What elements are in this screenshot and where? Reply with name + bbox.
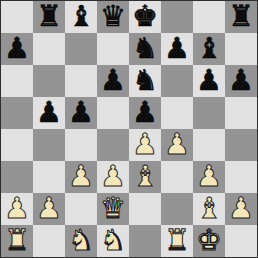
square-h7[interactable] xyxy=(225,33,257,65)
piece-white-bishop[interactable]: ♝ xyxy=(132,162,158,191)
piece-white-knight[interactable]: ♞ xyxy=(68,226,94,255)
square-c1[interactable]: ♞ xyxy=(65,225,97,257)
piece-black-queen[interactable]: ♛ xyxy=(100,2,126,31)
square-a4[interactable] xyxy=(1,129,33,161)
square-c4[interactable] xyxy=(65,129,97,161)
square-b6[interactable] xyxy=(33,65,65,97)
square-c2[interactable] xyxy=(65,193,97,225)
piece-black-pawn[interactable]: ♟ xyxy=(100,66,126,95)
square-b4[interactable] xyxy=(33,129,65,161)
square-c3[interactable]: ♟ xyxy=(65,161,97,193)
piece-black-pawn[interactable]: ♟ xyxy=(228,66,254,95)
square-e1[interactable] xyxy=(129,225,161,257)
square-e2[interactable] xyxy=(129,193,161,225)
piece-white-pawn[interactable]: ♟ xyxy=(4,194,30,223)
square-h6[interactable]: ♟ xyxy=(225,65,257,97)
square-d4[interactable] xyxy=(97,129,129,161)
square-f6[interactable] xyxy=(161,65,193,97)
square-e8[interactable]: ♚ xyxy=(129,1,161,33)
piece-white-pawn[interactable]: ♟ xyxy=(68,162,94,191)
square-e3[interactable]: ♝ xyxy=(129,161,161,193)
square-g1[interactable]: ♚ xyxy=(193,225,225,257)
piece-black-bishop[interactable]: ♝ xyxy=(196,34,222,63)
square-g3[interactable]: ♟ xyxy=(193,161,225,193)
square-d2[interactable]: ♛ xyxy=(97,193,129,225)
piece-black-pawn[interactable]: ♟ xyxy=(4,34,30,63)
square-b7[interactable] xyxy=(33,33,65,65)
square-e6[interactable]: ♞ xyxy=(129,65,161,97)
square-d6[interactable]: ♟ xyxy=(97,65,129,97)
piece-black-pawn[interactable]: ♟ xyxy=(68,98,94,127)
piece-white-pawn[interactable]: ♟ xyxy=(132,130,158,159)
piece-white-bishop[interactable]: ♝ xyxy=(196,194,222,223)
square-b3[interactable] xyxy=(33,161,65,193)
square-f8[interactable] xyxy=(161,1,193,33)
square-g2[interactable]: ♝ xyxy=(193,193,225,225)
piece-white-pawn[interactable]: ♟ xyxy=(196,162,222,191)
piece-black-knight[interactable]: ♞ xyxy=(132,66,158,95)
square-h5[interactable] xyxy=(225,97,257,129)
square-b2[interactable]: ♟ xyxy=(33,193,65,225)
square-c6[interactable] xyxy=(65,65,97,97)
piece-black-rook[interactable]: ♜ xyxy=(36,2,62,31)
square-d1[interactable]: ♞ xyxy=(97,225,129,257)
square-h4[interactable] xyxy=(225,129,257,161)
square-g6[interactable]: ♟ xyxy=(193,65,225,97)
piece-black-king[interactable]: ♚ xyxy=(132,2,158,31)
square-a2[interactable]: ♟ xyxy=(1,193,33,225)
piece-white-knight[interactable]: ♞ xyxy=(100,226,126,255)
piece-white-pawn[interactable]: ♟ xyxy=(164,130,190,159)
square-d3[interactable]: ♟ xyxy=(97,161,129,193)
square-a6[interactable] xyxy=(1,65,33,97)
square-g8[interactable] xyxy=(193,1,225,33)
square-e4[interactable]: ♟ xyxy=(129,129,161,161)
square-f2[interactable] xyxy=(161,193,193,225)
square-f4[interactable]: ♟ xyxy=(161,129,193,161)
piece-white-pawn[interactable]: ♟ xyxy=(228,194,254,223)
square-g4[interactable] xyxy=(193,129,225,161)
square-e5[interactable]: ♟ xyxy=(129,97,161,129)
piece-white-queen[interactable]: ♛ xyxy=(100,194,126,223)
square-f7[interactable]: ♟ xyxy=(161,33,193,65)
square-g5[interactable] xyxy=(193,97,225,129)
square-c5[interactable]: ♟ xyxy=(65,97,97,129)
piece-black-pawn[interactable]: ♟ xyxy=(36,98,62,127)
square-a3[interactable] xyxy=(1,161,33,193)
chess-board: ♜♝♛♚♜♟♞♟♝♟♞♟♟♟♟♟♟♟♟♟♝♟♟♟♛♝♟♜♞♞♜♚ xyxy=(0,0,258,258)
square-a7[interactable]: ♟ xyxy=(1,33,33,65)
square-h8[interactable]: ♜ xyxy=(225,1,257,33)
piece-black-pawn[interactable]: ♟ xyxy=(132,98,158,127)
square-a1[interactable]: ♜ xyxy=(1,225,33,257)
piece-white-pawn[interactable]: ♟ xyxy=(100,162,126,191)
square-d8[interactable]: ♛ xyxy=(97,1,129,33)
square-f3[interactable] xyxy=(161,161,193,193)
square-b8[interactable]: ♜ xyxy=(33,1,65,33)
square-c7[interactable] xyxy=(65,33,97,65)
piece-black-knight[interactable]: ♞ xyxy=(132,34,158,63)
piece-black-pawn[interactable]: ♟ xyxy=(164,34,190,63)
square-b5[interactable]: ♟ xyxy=(33,97,65,129)
square-h1[interactable] xyxy=(225,225,257,257)
square-e7[interactable]: ♞ xyxy=(129,33,161,65)
piece-white-king[interactable]: ♚ xyxy=(196,226,222,255)
square-c8[interactable]: ♝ xyxy=(65,1,97,33)
piece-black-rook[interactable]: ♜ xyxy=(228,2,254,31)
piece-black-pawn[interactable]: ♟ xyxy=(196,66,222,95)
square-h3[interactable] xyxy=(225,161,257,193)
square-f5[interactable] xyxy=(161,97,193,129)
piece-black-bishop[interactable]: ♝ xyxy=(68,2,94,31)
piece-white-rook[interactable]: ♜ xyxy=(4,226,30,255)
square-d7[interactable] xyxy=(97,33,129,65)
square-h2[interactable]: ♟ xyxy=(225,193,257,225)
square-a8[interactable] xyxy=(1,1,33,33)
square-g7[interactable]: ♝ xyxy=(193,33,225,65)
piece-white-pawn[interactable]: ♟ xyxy=(36,194,62,223)
square-d5[interactable] xyxy=(97,97,129,129)
square-a5[interactable] xyxy=(1,97,33,129)
square-f1[interactable]: ♜ xyxy=(161,225,193,257)
square-b1[interactable] xyxy=(33,225,65,257)
piece-white-rook[interactable]: ♜ xyxy=(164,226,190,255)
